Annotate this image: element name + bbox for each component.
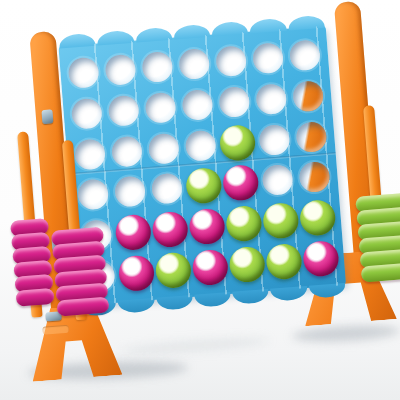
cell-r2c4[interactable] (177, 83, 217, 126)
green-ring-piece (225, 205, 263, 243)
cell-r3c2[interactable] (107, 130, 147, 173)
cell-r5c3[interactable] (150, 208, 190, 251)
cell-r1c1[interactable] (64, 51, 104, 94)
cell-r4c2[interactable] (110, 170, 150, 213)
empty-hole (111, 135, 143, 167)
magenta-ring-stack (10, 218, 54, 305)
cell-r6c2[interactable] (117, 251, 157, 294)
cell-r4c1[interactable] (74, 173, 114, 216)
empty-hole (141, 51, 173, 83)
cell-r6c6[interactable] (264, 240, 304, 283)
magenta-ring-piece (151, 211, 189, 249)
empty-hole (288, 40, 320, 72)
empty-hole (181, 89, 213, 121)
magenta-ring-stack (51, 227, 109, 315)
empty-hole-orange-post-visible (292, 80, 324, 112)
empty-hole (74, 138, 106, 170)
cell-r1c6[interactable] (248, 37, 288, 80)
connect-four-set (5, 0, 395, 375)
empty-hole (218, 86, 250, 118)
scallop-bump (135, 27, 172, 43)
empty-hole (148, 132, 180, 164)
cell-r5c5[interactable] (224, 202, 264, 245)
cell-r4c5[interactable] (221, 161, 261, 204)
cell-r1c5[interactable] (211, 40, 251, 83)
cell-r2c7[interactable] (288, 75, 328, 118)
board-grid (64, 34, 340, 297)
cell-r6c7[interactable] (300, 237, 340, 280)
cell-r2c6[interactable] (251, 77, 291, 120)
cell-r5c7[interactable] (297, 196, 337, 239)
scallop-bump (232, 289, 269, 305)
empty-hole (252, 42, 284, 74)
green-ring-piece (262, 202, 300, 240)
magenta-ring-piece (188, 208, 226, 246)
cell-r2c5[interactable] (214, 80, 254, 123)
cell-r5c2[interactable] (114, 211, 154, 254)
scallop-bump (211, 21, 248, 37)
green-ring-piece (185, 167, 223, 205)
empty-hole-orange-post-visible (295, 121, 327, 153)
cell-r3c6[interactable] (254, 118, 294, 161)
cell-r3c7[interactable] (291, 115, 331, 158)
green-ring-piece (155, 251, 193, 289)
cell-r4c7[interactable] (294, 156, 334, 199)
empty-hole (258, 124, 290, 156)
empty-hole (255, 83, 287, 115)
green-storage-ring[interactable] (361, 263, 400, 283)
cell-r3c5[interactable] (217, 121, 257, 164)
product-photo-canvas (0, 0, 400, 400)
scallop-bump (97, 30, 134, 46)
empty-hole (105, 54, 137, 86)
cell-r4c4[interactable] (184, 164, 224, 207)
scallop-bump (271, 286, 308, 302)
green-ring-piece (228, 245, 266, 283)
magenta-ring-piece (115, 213, 153, 251)
cell-r1c3[interactable] (138, 46, 178, 89)
empty-hole (151, 173, 183, 205)
magenta-storage-ring[interactable] (15, 288, 54, 307)
cell-r6c5[interactable] (227, 242, 267, 285)
magenta-ring-piece (191, 248, 229, 286)
empty-hole (215, 45, 247, 77)
empty-hole (185, 129, 217, 161)
cell-r2c1[interactable] (67, 92, 107, 135)
cell-r1c2[interactable] (101, 48, 141, 91)
cell-r4c6[interactable] (257, 159, 297, 202)
magenta-ring-piece (302, 240, 340, 278)
scallop-bump (309, 283, 346, 299)
metal-clip (41, 109, 53, 124)
cell-r6c4[interactable] (190, 245, 230, 288)
cell-r3c4[interactable] (181, 124, 221, 167)
magenta-ring-piece (118, 254, 156, 292)
empty-hole (71, 97, 103, 129)
scallop-bump (173, 24, 210, 40)
cell-r1c4[interactable] (174, 43, 214, 86)
scallop-bump (288, 15, 325, 31)
empty-hole (114, 176, 146, 208)
green-ring-piece (298, 199, 336, 237)
empty-hole-orange-post-visible (298, 161, 330, 193)
cell-r5c4[interactable] (187, 205, 227, 248)
empty-hole (145, 92, 177, 124)
green-ring-piece (265, 242, 303, 280)
green-ring-piece (219, 124, 257, 162)
empty-hole (261, 164, 293, 196)
scallop-bump (194, 292, 231, 308)
cell-r4c3[interactable] (147, 167, 187, 210)
cell-r5c6[interactable] (261, 199, 301, 242)
scallop-bump (249, 18, 286, 34)
magenta-ring-piece (222, 164, 260, 202)
empty-hole (108, 95, 140, 127)
green-ring-stack (355, 193, 400, 281)
empty-hole (178, 48, 210, 80)
cell-r6c3[interactable] (154, 248, 194, 291)
scallop-bump (59, 33, 96, 49)
cell-r3c1[interactable] (70, 132, 110, 175)
cell-r2c3[interactable] (141, 86, 181, 129)
empty-hole (77, 179, 109, 211)
cell-r2c2[interactable] (104, 89, 144, 132)
scallop-bump (118, 298, 155, 314)
cell-r1c7[interactable] (285, 34, 325, 77)
empty-hole (68, 57, 100, 89)
cell-r3c3[interactable] (144, 127, 184, 170)
scallop-bump (156, 295, 193, 311)
